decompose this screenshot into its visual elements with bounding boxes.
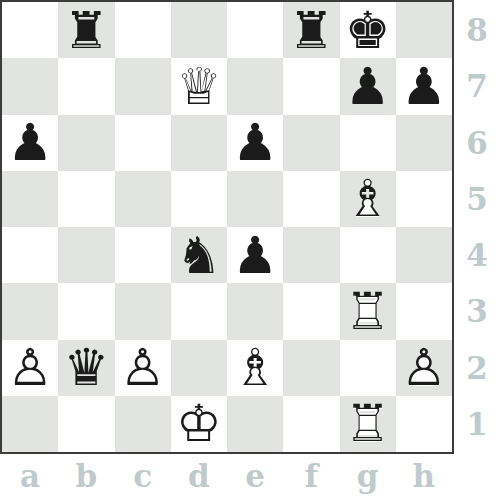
white-king-outline: ♔	[176, 398, 222, 449]
white-pawn-a2-icon: ♟♙	[2, 340, 58, 396]
square-e8[interactable]	[227, 2, 283, 58]
square-g4[interactable]	[340, 227, 396, 283]
file-label-g: g	[340, 454, 396, 497]
square-d8[interactable]	[171, 2, 227, 58]
square-b1[interactable]	[58, 396, 114, 452]
square-f3[interactable]	[283, 283, 339, 339]
white-rook-g3-icon: ♜♖	[340, 283, 396, 339]
square-f5[interactable]	[283, 171, 339, 227]
square-b6[interactable]	[58, 115, 114, 171]
white-king-d1-icon: ♚♔	[171, 396, 227, 452]
square-a5[interactable]	[2, 171, 58, 227]
rank-label-2: 2	[454, 340, 500, 396]
black-knight-solid: ♞	[176, 230, 222, 281]
file-label-e: e	[227, 454, 283, 497]
square-g8[interactable]: ♚	[340, 2, 396, 58]
square-g3[interactable]: ♜♖	[340, 283, 396, 339]
black-rook-solid: ♜	[64, 5, 110, 56]
square-h4[interactable]	[396, 227, 452, 283]
square-g6[interactable]	[340, 115, 396, 171]
square-h6[interactable]	[396, 115, 452, 171]
square-b4[interactable]	[58, 227, 114, 283]
square-f1[interactable]	[283, 396, 339, 452]
file-label-a: a	[2, 454, 58, 497]
square-a2[interactable]: ♟♙	[2, 340, 58, 396]
black-pawn-e6-icon: ♟	[227, 115, 283, 171]
black-pawn-g7-icon: ♟	[340, 58, 396, 114]
file-label-h: h	[396, 454, 452, 497]
black-pawn-solid: ♟	[232, 117, 278, 168]
square-h7[interactable]: ♟	[396, 58, 452, 114]
rank-label-5: 5	[454, 171, 500, 227]
black-pawn-solid: ♟	[401, 61, 447, 112]
black-rook-b8-icon: ♜	[58, 2, 114, 58]
square-e2[interactable]: ♝♗	[227, 340, 283, 396]
square-g7[interactable]: ♟	[340, 58, 396, 114]
square-c7[interactable]	[115, 58, 171, 114]
black-king-solid: ♚	[345, 5, 391, 56]
square-h5[interactable]	[396, 171, 452, 227]
square-d5[interactable]	[171, 171, 227, 227]
square-c3[interactable]	[115, 283, 171, 339]
square-d2[interactable]	[171, 340, 227, 396]
white-pawn-outline: ♙	[401, 342, 447, 393]
square-b2[interactable]: ♛	[58, 340, 114, 396]
square-d1[interactable]: ♚♔	[171, 396, 227, 452]
square-g5[interactable]: ♝♗	[340, 171, 396, 227]
black-rook-f8-icon: ♜	[283, 2, 339, 58]
black-king-g8-icon: ♚	[340, 2, 396, 58]
square-b5[interactable]	[58, 171, 114, 227]
square-e4[interactable]: ♟	[227, 227, 283, 283]
black-pawn-solid: ♟	[345, 61, 391, 112]
white-pawn-outline: ♙	[120, 342, 166, 393]
square-c8[interactable]	[115, 2, 171, 58]
square-e1[interactable]	[227, 396, 283, 452]
black-pawn-solid: ♟	[7, 117, 53, 168]
white-bishop-e2-icon: ♝♗	[227, 340, 283, 396]
square-h3[interactable]	[396, 283, 452, 339]
white-pawn-c2-icon: ♟♙	[115, 340, 171, 396]
square-e6[interactable]: ♟	[227, 115, 283, 171]
black-queen-solid: ♛	[64, 342, 110, 393]
white-bishop-g5-icon: ♝♗	[340, 171, 396, 227]
rank-labels: 87654321	[454, 2, 500, 452]
black-pawn-h7-icon: ♟	[396, 58, 452, 114]
rank-label-4: 4	[454, 227, 500, 283]
square-c1[interactable]	[115, 396, 171, 452]
square-d7[interactable]: ♛♕	[171, 58, 227, 114]
rank-label-8: 8	[454, 2, 500, 58]
rank-label-7: 7	[454, 58, 500, 114]
rank-label-3: 3	[454, 283, 500, 339]
white-rook-g1-icon: ♜♖	[340, 396, 396, 452]
square-b3[interactable]	[58, 283, 114, 339]
file-label-b: b	[58, 454, 114, 497]
white-bishop-outline: ♗	[232, 342, 278, 393]
square-a4[interactable]	[2, 227, 58, 283]
square-f8[interactable]: ♜	[283, 2, 339, 58]
black-pawn-e4-icon: ♟	[227, 227, 283, 283]
file-label-d: d	[171, 454, 227, 497]
white-bishop-outline: ♗	[345, 173, 391, 224]
square-b8[interactable]: ♜	[58, 2, 114, 58]
square-a6[interactable]: ♟	[2, 115, 58, 171]
rank-label-1: 1	[454, 396, 500, 452]
chess-board: ♜♜♚♛♕♟♟♟♟♝♗♞♟♜♖♟♙♛♟♙♝♗♟♙♚♔♜♖	[0, 0, 454, 454]
square-h1[interactable]	[396, 396, 452, 452]
chess-diagram: ♜♜♚♛♕♟♟♟♟♝♗♞♟♜♖♟♙♛♟♙♝♗♟♙♚♔♜♖ abcdefgh 87…	[0, 0, 500, 497]
square-a7[interactable]	[2, 58, 58, 114]
square-e3[interactable]	[227, 283, 283, 339]
black-pawn-a6-icon: ♟	[2, 115, 58, 171]
square-e5[interactable]	[227, 171, 283, 227]
white-rook-outline: ♖	[345, 286, 391, 337]
square-b7[interactable]	[58, 58, 114, 114]
square-f7[interactable]	[283, 58, 339, 114]
black-queen-b2-icon: ♛	[58, 340, 114, 396]
black-knight-d4-icon: ♞	[171, 227, 227, 283]
square-g1[interactable]: ♜♖	[340, 396, 396, 452]
square-a3[interactable]	[2, 283, 58, 339]
square-c4[interactable]	[115, 227, 171, 283]
white-pawn-outline: ♙	[7, 342, 53, 393]
white-queen-d7-icon: ♛♕	[171, 58, 227, 114]
square-e7[interactable]	[227, 58, 283, 114]
black-rook-solid: ♜	[289, 5, 335, 56]
square-f4[interactable]	[283, 227, 339, 283]
square-d6[interactable]	[171, 115, 227, 171]
square-h2[interactable]: ♟♙	[396, 340, 452, 396]
square-d3[interactable]	[171, 283, 227, 339]
square-g2[interactable]	[340, 340, 396, 396]
black-pawn-solid: ♟	[232, 230, 278, 281]
square-f2[interactable]	[283, 340, 339, 396]
square-d4[interactable]: ♞	[171, 227, 227, 283]
white-rook-outline: ♖	[345, 398, 391, 449]
white-pawn-h2-icon: ♟♙	[396, 340, 452, 396]
square-c5[interactable]	[115, 171, 171, 227]
rank-label-6: 6	[454, 115, 500, 171]
square-a8[interactable]	[2, 2, 58, 58]
square-f6[interactable]	[283, 115, 339, 171]
file-label-c: c	[115, 454, 171, 497]
square-c6[interactable]	[115, 115, 171, 171]
square-a1[interactable]	[2, 396, 58, 452]
square-h8[interactable]	[396, 2, 452, 58]
file-labels: abcdefgh	[2, 454, 452, 497]
square-c2[interactable]: ♟♙	[115, 340, 171, 396]
file-label-f: f	[283, 454, 339, 497]
white-queen-outline: ♕	[176, 61, 222, 112]
